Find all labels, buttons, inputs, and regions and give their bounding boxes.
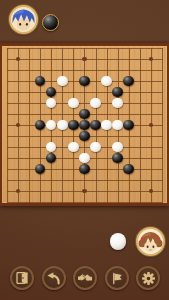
star-point <box>13 186 24 197</box>
black-stone <box>112 87 123 98</box>
undo-button[interactable] <box>42 266 66 290</box>
black-stone <box>90 120 101 131</box>
flag-icon <box>110 272 123 285</box>
black-stone <box>112 153 123 164</box>
black-stone <box>79 76 90 87</box>
star-point <box>13 54 24 65</box>
white-stone <box>101 120 112 131</box>
board-grid[interactable] <box>1 43 167 208</box>
white-stone <box>57 120 68 131</box>
board-panel <box>0 43 169 206</box>
auburn-hair-anime-girl-icon <box>138 229 163 254</box>
blue-hair-anime-boy-icon <box>11 7 36 32</box>
white-stone <box>79 153 90 164</box>
black-stone <box>46 87 57 98</box>
white-stone <box>68 142 79 153</box>
black-stone <box>79 131 90 142</box>
white-stone <box>68 98 79 109</box>
exit-button[interactable] <box>10 266 34 290</box>
white-stone <box>46 120 57 131</box>
white-stone <box>90 98 101 109</box>
black-stone <box>35 76 46 87</box>
black-stone <box>79 164 90 175</box>
black-stone <box>123 120 134 131</box>
black-stone <box>68 120 79 131</box>
resign-button[interactable] <box>105 266 129 290</box>
star-point <box>145 120 156 131</box>
black-stone <box>79 109 90 120</box>
top-player-stone-color-black <box>42 14 59 31</box>
top-player-avatar[interactable] <box>9 5 38 34</box>
white-stone <box>101 76 112 87</box>
white-stone <box>46 98 57 109</box>
bottom-player-stone-color-white <box>110 233 127 250</box>
white-stone <box>112 98 123 109</box>
star-point <box>13 120 24 131</box>
handshake-icon <box>78 271 92 285</box>
star-point <box>145 54 156 65</box>
star-point <box>145 186 156 197</box>
settings-button[interactable] <box>136 266 160 290</box>
black-stone <box>35 164 46 175</box>
black-stone <box>79 120 90 131</box>
black-stone <box>35 120 46 131</box>
bottom-player-avatar[interactable] <box>136 227 165 256</box>
white-stone <box>90 142 101 153</box>
draw-offer-button[interactable] <box>73 266 97 290</box>
game-screen <box>0 0 169 300</box>
star-point <box>79 54 90 65</box>
white-stone <box>57 76 68 87</box>
white-stone <box>112 142 123 153</box>
undo-arrow-icon <box>47 272 60 285</box>
exit-door-icon <box>15 271 29 285</box>
black-stone <box>123 76 134 87</box>
black-stone <box>123 164 134 175</box>
star-point <box>79 186 90 197</box>
black-stone <box>46 153 57 164</box>
white-stone <box>112 120 123 131</box>
white-stone <box>46 142 57 153</box>
gear-icon <box>142 272 155 285</box>
